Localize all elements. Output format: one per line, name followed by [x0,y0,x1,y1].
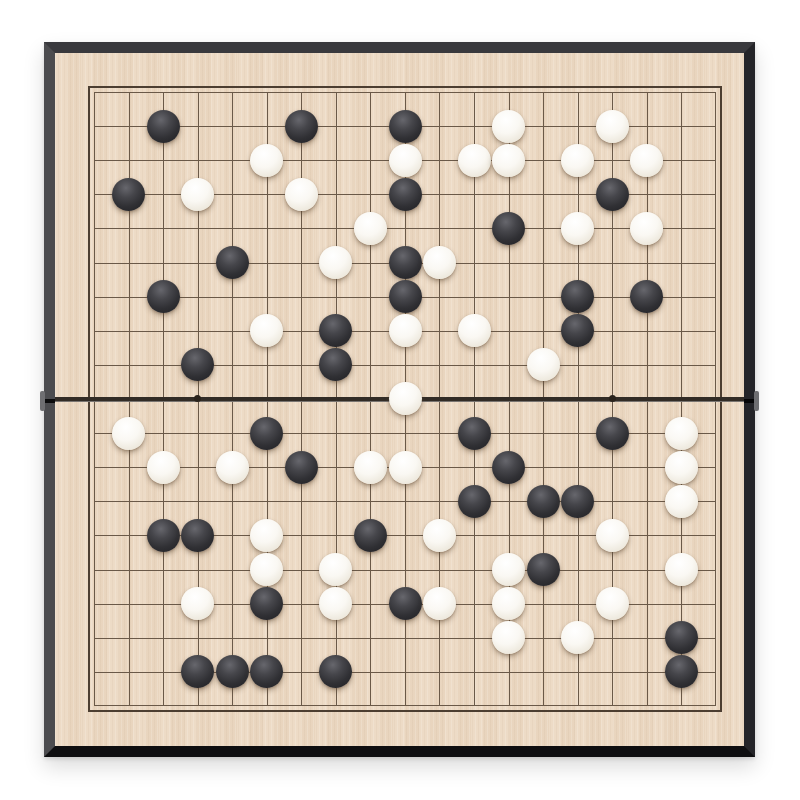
white-stone [423,587,456,620]
white-stone [389,382,422,415]
white-stone [596,519,629,552]
black-stone [561,485,594,518]
black-stone [147,519,180,552]
black-stone [389,110,422,143]
white-stone [630,144,663,177]
black-stone [527,553,560,586]
black-stone [389,587,422,620]
white-stone [665,417,698,450]
black-stone [147,280,180,313]
white-stone [147,451,180,484]
white-stone [112,417,145,450]
black-stone [250,417,283,450]
black-stone [665,621,698,654]
white-stone [354,212,387,245]
black-stone [285,110,318,143]
white-stone [389,314,422,347]
board-frame [44,42,755,757]
white-stone [665,485,698,518]
white-stone [354,451,387,484]
black-stone [216,246,249,279]
black-stone [389,178,422,211]
black-stone [354,519,387,552]
go-board-photo [0,0,800,800]
black-stone [389,280,422,313]
white-stone [492,110,525,143]
white-stone [389,451,422,484]
black-stone [147,110,180,143]
black-stone [285,451,318,484]
white-stone [561,144,594,177]
white-stone [216,451,249,484]
white-stone [423,519,456,552]
white-stone [389,144,422,177]
black-stone [389,246,422,279]
black-stone [216,655,249,688]
page: { "game": "Go (weiqi/baduk), 19x19 foldi… [0,0,800,800]
white-stone [250,144,283,177]
white-stone [527,348,560,381]
white-stone [458,144,491,177]
white-stone [458,314,491,347]
white-stone [596,110,629,143]
white-stone [181,178,214,211]
board-surface [55,53,744,746]
white-stone [285,178,318,211]
white-stone [423,246,456,279]
hinge-tab-left-icon [40,391,45,411]
white-stone [492,144,525,177]
hinge-seam-left-icon [44,399,55,403]
white-stone [492,553,525,586]
black-stone [596,417,629,450]
white-stone [561,212,594,245]
black-stone [492,451,525,484]
black-stone [458,417,491,450]
white-stone [665,553,698,586]
black-stone [596,178,629,211]
black-stone [181,519,214,552]
black-stone [112,178,145,211]
black-stone [527,485,560,518]
white-stone [596,587,629,620]
black-stone [458,485,491,518]
black-stone [492,212,525,245]
white-stone [665,451,698,484]
white-stone [250,519,283,552]
hinge-tab-right-icon [754,391,759,411]
